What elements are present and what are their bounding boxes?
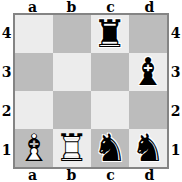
file-label-c: c — [91, 1, 130, 13]
file-label-b: b — [52, 169, 91, 181]
square-c3[interactable] — [91, 53, 129, 91]
square-c1[interactable]: ♞ — [91, 129, 129, 167]
square-c2[interactable] — [91, 91, 129, 129]
square-a2[interactable] — [15, 91, 53, 129]
file-label-a: a — [13, 1, 52, 13]
black-knight[interactable]: ♞ — [91, 129, 129, 167]
file-label-d: d — [130, 1, 169, 13]
rank-label-2: 2 — [0, 91, 13, 130]
square-b1[interactable]: ♜♖ — [53, 129, 91, 167]
square-b4[interactable] — [53, 15, 91, 53]
square-c4[interactable]: ♜ — [91, 15, 129, 53]
file-label-d: d — [130, 169, 169, 181]
chess-board: ♜♝♝♗♜♖♞♞ — [13, 13, 169, 169]
rank-label-4: 4 — [169, 13, 182, 52]
rank-label-3: 3 — [169, 52, 182, 91]
file-labels-bottom: abcd — [13, 169, 169, 182]
file-label-a: a — [13, 169, 52, 181]
file-labels-top: abcd — [13, 0, 169, 13]
square-b3[interactable] — [53, 53, 91, 91]
white-bishop-fill: ♝ — [15, 129, 53, 167]
black-knight[interactable]: ♞ — [129, 129, 167, 167]
rank-label-1: 1 — [169, 130, 182, 169]
rank-label-1: 1 — [0, 130, 13, 169]
white-rook-fill: ♜ — [53, 129, 91, 167]
white-bishop[interactable]: ♗ — [15, 129, 53, 167]
square-b2[interactable] — [53, 91, 91, 129]
square-d1[interactable]: ♞ — [129, 129, 167, 167]
rank-labels-left: 4321 — [0, 13, 13, 169]
rank-label-2: 2 — [169, 91, 182, 130]
file-label-b: b — [52, 1, 91, 13]
black-bishop[interactable]: ♝ — [129, 53, 167, 91]
square-d3[interactable]: ♝ — [129, 53, 167, 91]
square-a4[interactable] — [15, 15, 53, 53]
file-label-c: c — [91, 169, 130, 181]
white-rook[interactable]: ♖ — [53, 129, 91, 167]
black-rook[interactable]: ♜ — [91, 15, 129, 53]
chess-diagram: abcd 4321 ♜♝♝♗♜♖♞♞ 4321 abcd — [0, 0, 182, 182]
square-a3[interactable] — [15, 53, 53, 91]
square-a1[interactable]: ♝♗ — [15, 129, 53, 167]
rank-labels-right: 4321 — [169, 13, 182, 169]
rank-label-4: 4 — [0, 13, 13, 52]
square-d4[interactable] — [129, 15, 167, 53]
square-d2[interactable] — [129, 91, 167, 129]
rank-label-3: 3 — [0, 52, 13, 91]
